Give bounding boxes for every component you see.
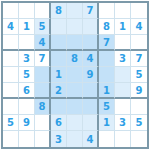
cell-r2c9[interactable]: 4 <box>131 19 147 35</box>
cell-r5c6[interactable]: 9 <box>83 67 99 83</box>
cell-r7c5[interactable] <box>67 99 83 115</box>
cell-r3c5[interactable] <box>67 35 83 51</box>
cell-r9c5[interactable] <box>67 131 83 147</box>
cell-r5c4[interactable]: 1 <box>51 67 67 83</box>
cell-r7c9[interactable] <box>131 99 147 115</box>
cell-r7c8[interactable] <box>115 99 131 115</box>
cell-r9c2[interactable] <box>19 131 35 147</box>
cell-r7c2[interactable] <box>19 99 35 115</box>
cell-r7c3[interactable]: 8 <box>35 99 51 115</box>
cell-r1c9[interactable] <box>131 3 147 19</box>
cell-r2c8[interactable]: 1 <box>115 19 131 35</box>
cell-r4c2[interactable]: 3 <box>19 51 35 67</box>
cell-r8c8[interactable]: 3 <box>115 115 131 131</box>
cell-r3c2[interactable] <box>19 35 35 51</box>
cell-r5c8[interactable] <box>115 67 131 83</box>
cell-r6c9[interactable]: 9 <box>131 83 147 99</box>
cell-r3c8[interactable] <box>115 35 131 51</box>
cell-r1c4[interactable]: 8 <box>51 3 67 19</box>
cell-r1c7[interactable] <box>99 3 115 19</box>
cell-r2c1[interactable]: 4 <box>3 19 19 35</box>
cell-r6c2[interactable]: 6 <box>19 83 35 99</box>
cell-r1c5[interactable] <box>67 3 83 19</box>
cell-r2c4[interactable] <box>51 19 67 35</box>
cell-r5c1[interactable] <box>3 67 19 83</box>
cell-r4c5[interactable]: 8 <box>67 51 83 67</box>
cell-r4c3[interactable]: 7 <box>35 51 51 67</box>
cell-r1c8[interactable] <box>115 3 131 19</box>
cell-r4c7[interactable] <box>99 51 115 67</box>
cell-r3c6[interactable] <box>83 35 99 51</box>
cell-r9c6[interactable]: 4 <box>83 131 99 147</box>
sudoku-board: 8741581447378437519562198559613534 <box>1 1 149 149</box>
cell-r2c3[interactable]: 5 <box>35 19 51 35</box>
cell-r9c4[interactable]: 3 <box>51 131 67 147</box>
cell-r3c7[interactable]: 7 <box>99 35 115 51</box>
cell-r1c6[interactable]: 7 <box>83 3 99 19</box>
cell-r6c7[interactable]: 1 <box>99 83 115 99</box>
cell-r2c7[interactable]: 8 <box>99 19 115 35</box>
cell-r5c2[interactable]: 5 <box>19 67 35 83</box>
cell-r6c6[interactable] <box>83 83 99 99</box>
cell-r6c8[interactable] <box>115 83 131 99</box>
cell-r3c4[interactable] <box>51 35 67 51</box>
cell-r9c9[interactable] <box>131 131 147 147</box>
cell-r9c3[interactable] <box>35 131 51 147</box>
cell-r8c7[interactable]: 1 <box>99 115 115 131</box>
cell-r5c3[interactable] <box>35 67 51 83</box>
cell-r7c4[interactable] <box>51 99 67 115</box>
cell-r9c7[interactable] <box>99 131 115 147</box>
cell-r1c1[interactable] <box>3 3 19 19</box>
cell-r4c8[interactable]: 3 <box>115 51 131 67</box>
cell-r1c3[interactable] <box>35 3 51 19</box>
cell-r3c1[interactable] <box>3 35 19 51</box>
cell-r2c6[interactable] <box>83 19 99 35</box>
cell-r6c5[interactable] <box>67 83 83 99</box>
cell-r4c1[interactable] <box>3 51 19 67</box>
cell-r5c5[interactable] <box>67 67 83 83</box>
cell-r7c1[interactable] <box>3 99 19 115</box>
cell-r5c7[interactable] <box>99 67 115 83</box>
cell-r3c9[interactable] <box>131 35 147 51</box>
cell-r8c6[interactable] <box>83 115 99 131</box>
cell-r8c5[interactable] <box>67 115 83 131</box>
cell-r6c4[interactable]: 2 <box>51 83 67 99</box>
cell-r7c7[interactable]: 5 <box>99 99 115 115</box>
cell-r1c2[interactable] <box>19 3 35 19</box>
cell-r8c2[interactable]: 9 <box>19 115 35 131</box>
cell-r9c8[interactable] <box>115 131 131 147</box>
cell-r8c3[interactable] <box>35 115 51 131</box>
cell-r8c9[interactable]: 5 <box>131 115 147 131</box>
cell-r4c9[interactable]: 7 <box>131 51 147 67</box>
cell-r6c1[interactable] <box>3 83 19 99</box>
cell-r7c6[interactable] <box>83 99 99 115</box>
cell-r2c5[interactable] <box>67 19 83 35</box>
cell-r8c1[interactable]: 5 <box>3 115 19 131</box>
cell-r2c2[interactable]: 1 <box>19 19 35 35</box>
cell-r4c6[interactable]: 4 <box>83 51 99 67</box>
cell-r8c4[interactable]: 6 <box>51 115 67 131</box>
cell-r4c4[interactable] <box>51 51 67 67</box>
cell-r5c9[interactable]: 5 <box>131 67 147 83</box>
cell-r3c3[interactable]: 4 <box>35 35 51 51</box>
cell-r9c1[interactable] <box>3 131 19 147</box>
cell-r6c3[interactable] <box>35 83 51 99</box>
